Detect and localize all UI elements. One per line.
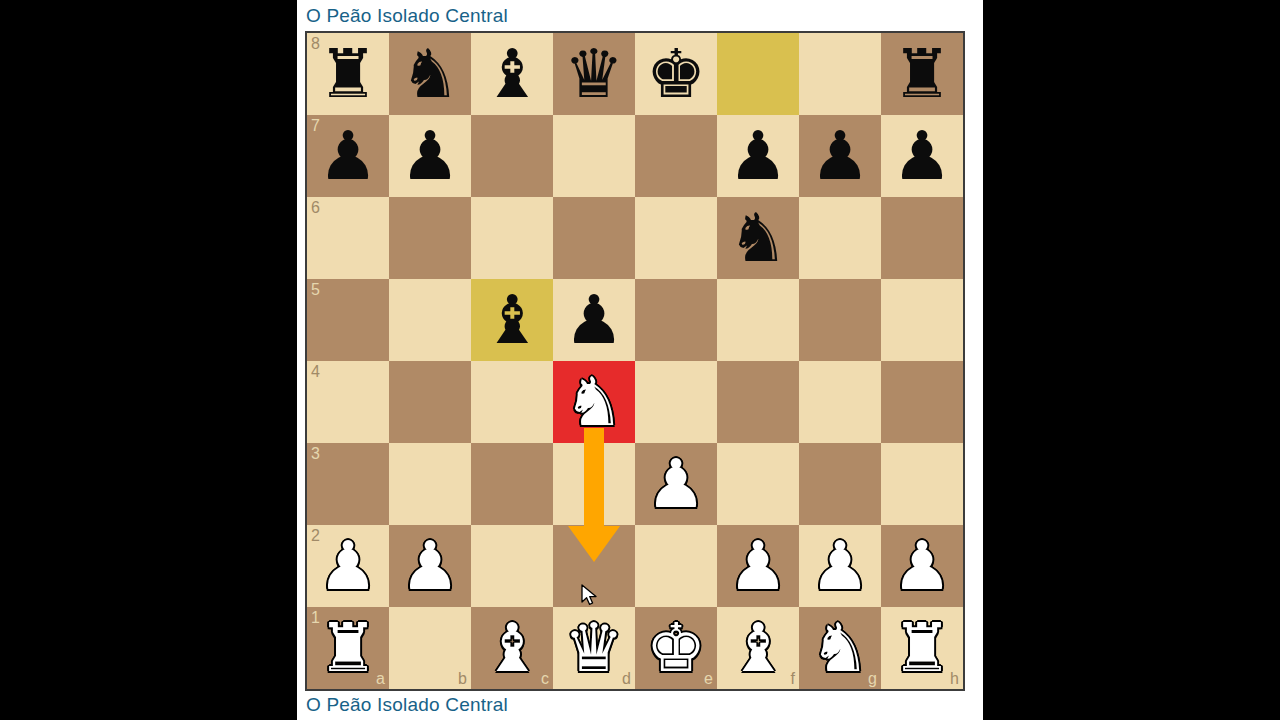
chess-board[interactable]: 8♜♞♝♛♚♜7♟♟♟♟♟6♞5♝♟4♞3♟2♟♟♟♟♟1a♜bc♝d♛e♚f♝… <box>305 31 965 691</box>
square-c1[interactable]: c♝ <box>471 607 553 689</box>
white-king-e1[interactable]: ♚ <box>635 607 717 689</box>
square-a6[interactable]: 6 <box>307 197 389 279</box>
square-g7[interactable]: ♟ <box>799 115 881 197</box>
square-b4[interactable] <box>389 361 471 443</box>
square-f1[interactable]: f♝ <box>717 607 799 689</box>
square-f3[interactable] <box>717 443 799 525</box>
square-a5[interactable]: 5 <box>307 279 389 361</box>
square-f7[interactable]: ♟ <box>717 115 799 197</box>
black-pawn-h7[interactable]: ♟ <box>881 115 963 197</box>
rank-label-3: 3 <box>311 446 320 462</box>
white-pawn-b2[interactable]: ♟ <box>389 525 471 607</box>
square-d3[interactable] <box>553 443 635 525</box>
square-e2[interactable] <box>635 525 717 607</box>
square-h1[interactable]: h♜ <box>881 607 963 689</box>
square-d8[interactable]: ♛ <box>553 33 635 115</box>
square-g1[interactable]: g♞ <box>799 607 881 689</box>
white-bishop-f1[interactable]: ♝ <box>717 607 799 689</box>
square-a7[interactable]: 7♟ <box>307 115 389 197</box>
square-c3[interactable] <box>471 443 553 525</box>
white-queen-d1[interactable]: ♛ <box>553 607 635 689</box>
square-e8[interactable]: ♚ <box>635 33 717 115</box>
white-rook-h1[interactable]: ♜ <box>881 607 963 689</box>
square-d7[interactable] <box>553 115 635 197</box>
square-f8[interactable] <box>717 33 799 115</box>
square-b5[interactable] <box>389 279 471 361</box>
rank-label-6: 6 <box>311 200 320 216</box>
square-b3[interactable] <box>389 443 471 525</box>
square-e7[interactable] <box>635 115 717 197</box>
black-knight-f6[interactable]: ♞ <box>717 197 799 279</box>
white-pawn-a2[interactable]: ♟ <box>307 525 389 607</box>
square-g5[interactable] <box>799 279 881 361</box>
square-h3[interactable] <box>881 443 963 525</box>
square-h7[interactable]: ♟ <box>881 115 963 197</box>
square-d4[interactable]: ♞ <box>553 361 635 443</box>
file-label-b: b <box>458 671 467 687</box>
page-content: O Peão Isolado Central 8♜♞♝♛♚♜7♟♟♟♟♟6♞5♝… <box>297 0 983 720</box>
square-f2[interactable]: ♟ <box>717 525 799 607</box>
black-bishop-c5[interactable]: ♝ <box>471 279 553 361</box>
square-f6[interactable]: ♞ <box>717 197 799 279</box>
square-b8[interactable]: ♞ <box>389 33 471 115</box>
black-knight-b8[interactable]: ♞ <box>389 33 471 115</box>
white-pawn-f2[interactable]: ♟ <box>717 525 799 607</box>
square-g3[interactable] <box>799 443 881 525</box>
black-bishop-c8[interactable]: ♝ <box>471 33 553 115</box>
square-h6[interactable] <box>881 197 963 279</box>
square-e3[interactable]: ♟ <box>635 443 717 525</box>
square-a2[interactable]: 2♟ <box>307 525 389 607</box>
square-g8[interactable] <box>799 33 881 115</box>
page-title-top: O Peão Isolado Central <box>306 5 508 27</box>
square-d5[interactable]: ♟ <box>553 279 635 361</box>
square-c6[interactable] <box>471 197 553 279</box>
square-g2[interactable]: ♟ <box>799 525 881 607</box>
square-h4[interactable] <box>881 361 963 443</box>
black-pawn-b7[interactable]: ♟ <box>389 115 471 197</box>
square-e6[interactable] <box>635 197 717 279</box>
black-queen-d8[interactable]: ♛ <box>553 33 635 115</box>
square-d1[interactable]: d♛ <box>553 607 635 689</box>
square-c4[interactable] <box>471 361 553 443</box>
page-title-bottom: O Peão Isolado Central <box>306 694 508 716</box>
square-e5[interactable] <box>635 279 717 361</box>
black-king-e8[interactable]: ♚ <box>635 33 717 115</box>
white-pawn-e3[interactable]: ♟ <box>635 443 717 525</box>
square-g4[interactable] <box>799 361 881 443</box>
white-rook-a1[interactable]: ♜ <box>307 607 389 689</box>
square-b6[interactable] <box>389 197 471 279</box>
black-rook-h8[interactable]: ♜ <box>881 33 963 115</box>
white-knight-d4[interactable]: ♞ <box>553 361 635 443</box>
square-f4[interactable] <box>717 361 799 443</box>
right-black-bar <box>983 0 1280 720</box>
square-h2[interactable]: ♟ <box>881 525 963 607</box>
square-a3[interactable]: 3 <box>307 443 389 525</box>
square-a1[interactable]: 1a♜ <box>307 607 389 689</box>
black-pawn-f7[interactable]: ♟ <box>717 115 799 197</box>
black-pawn-g7[interactable]: ♟ <box>799 115 881 197</box>
square-b7[interactable]: ♟ <box>389 115 471 197</box>
black-rook-a8[interactable]: ♜ <box>307 33 389 115</box>
square-b2[interactable]: ♟ <box>389 525 471 607</box>
square-d2[interactable] <box>553 525 635 607</box>
rank-label-5: 5 <box>311 282 320 298</box>
square-d6[interactable] <box>553 197 635 279</box>
square-a4[interactable]: 4 <box>307 361 389 443</box>
square-a8[interactable]: 8♜ <box>307 33 389 115</box>
square-h5[interactable] <box>881 279 963 361</box>
square-e1[interactable]: e♚ <box>635 607 717 689</box>
rank-label-4: 4 <box>311 364 320 380</box>
white-pawn-g2[interactable]: ♟ <box>799 525 881 607</box>
square-c8[interactable]: ♝ <box>471 33 553 115</box>
square-h8[interactable]: ♜ <box>881 33 963 115</box>
square-c7[interactable] <box>471 115 553 197</box>
square-g6[interactable] <box>799 197 881 279</box>
square-f5[interactable] <box>717 279 799 361</box>
white-knight-g1[interactable]: ♞ <box>799 607 881 689</box>
square-e4[interactable] <box>635 361 717 443</box>
left-black-bar <box>0 0 297 720</box>
white-bishop-c1[interactable]: ♝ <box>471 607 553 689</box>
square-c5[interactable]: ♝ <box>471 279 553 361</box>
square-b1[interactable]: b <box>389 607 471 689</box>
black-pawn-d5[interactable]: ♟ <box>553 279 635 361</box>
square-c2[interactable] <box>471 525 553 607</box>
black-pawn-a7[interactable]: ♟ <box>307 115 389 197</box>
white-pawn-h2[interactable]: ♟ <box>881 525 963 607</box>
